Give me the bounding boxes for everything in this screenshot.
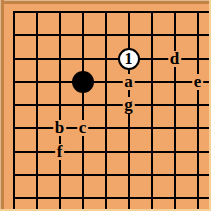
intersection-8-4: [163, 70, 186, 93]
go-grid: 1daegbcf: [2, 1, 209, 210]
point-marker-d: d: [168, 51, 181, 67]
intersection-5-4: [94, 70, 117, 93]
intersection-8-5: [163, 94, 186, 117]
intersection-8-2: [163, 24, 186, 47]
intersection-6-4: a: [117, 70, 140, 93]
intersection-3-9: [48, 187, 71, 210]
intersection-9-2: [186, 24, 209, 47]
intersection-9-7: [186, 140, 209, 163]
intersection-6-5: g: [117, 94, 140, 117]
intersection-9-3: [186, 47, 209, 70]
intersection-8-3: d: [163, 47, 186, 70]
intersection-9-8: [186, 163, 209, 186]
board-crop-edge-bottom: [0, 209, 211, 211]
intersection-5-9: [94, 187, 117, 210]
intersection-6-7: [117, 140, 140, 163]
intersection-5-5: [94, 94, 117, 117]
board-border-top: [0, 0, 211, 4]
move-number-label: 1: [125, 51, 133, 67]
intersection-4-5: [71, 94, 94, 117]
intersection-2-9: [25, 187, 48, 210]
intersection-4-7: [71, 140, 94, 163]
intersection-2-6: [25, 117, 48, 140]
go-board-diagram: 1daegbcf: [0, 0, 211, 211]
intersection-7-9: [140, 187, 163, 210]
intersection-7-3: [140, 47, 163, 70]
point-marker-g: g: [122, 97, 135, 113]
intersection-4-6: c: [71, 117, 94, 140]
intersection-8-7: [163, 140, 186, 163]
white-stone: 1: [118, 48, 140, 70]
intersection-7-6: [140, 117, 163, 140]
intersection-1-5: [2, 94, 25, 117]
intersection-6-6: [117, 117, 140, 140]
intersection-1-3: [2, 47, 25, 70]
intersection-4-2: [71, 24, 94, 47]
intersection-8-8: [163, 163, 186, 186]
intersection-1-4: [2, 70, 25, 93]
intersection-9-9: [186, 187, 209, 210]
intersection-7-7: [140, 140, 163, 163]
intersection-2-2: [25, 24, 48, 47]
intersection-3-2: [48, 24, 71, 47]
intersection-7-2: [140, 24, 163, 47]
black-stone: [72, 71, 94, 93]
intersection-1-8: [2, 163, 25, 186]
intersection-3-4: [48, 70, 71, 93]
point-marker-f: f: [55, 144, 65, 160]
intersection-9-4: e: [186, 70, 209, 93]
intersection-4-3: [71, 47, 94, 70]
intersection-2-5: [25, 94, 48, 117]
intersection-2-4: [25, 70, 48, 93]
intersection-8-6: [163, 117, 186, 140]
intersection-1-7: [2, 140, 25, 163]
intersection-7-8: [140, 163, 163, 186]
intersection-9-6: [186, 117, 209, 140]
intersection-6-3: 1: [117, 47, 140, 70]
point-marker-e: e: [192, 74, 204, 90]
point-marker-a: a: [122, 74, 135, 90]
intersection-7-5: [140, 94, 163, 117]
intersection-5-6: [94, 117, 117, 140]
intersection-2-8: [25, 163, 48, 186]
intersection-4-8: [71, 163, 94, 186]
intersection-2-3: [25, 47, 48, 70]
intersection-4-9: [71, 187, 94, 210]
intersection-4-4: [71, 70, 94, 93]
intersection-1-9: [2, 187, 25, 210]
intersection-3-5: [48, 94, 71, 117]
intersection-6-8: [117, 163, 140, 186]
intersection-3-6: b: [48, 117, 71, 140]
intersection-5-7: [94, 140, 117, 163]
intersection-5-2: [94, 24, 117, 47]
point-marker-c: c: [77, 120, 89, 136]
point-marker-b: b: [53, 120, 66, 136]
intersection-8-9: [163, 187, 186, 210]
intersection-3-7: f: [48, 140, 71, 163]
intersection-1-6: [2, 117, 25, 140]
intersection-9-5: [186, 94, 209, 117]
intersection-5-8: [94, 163, 117, 186]
intersection-3-3: [48, 47, 71, 70]
intersection-5-3: [94, 47, 117, 70]
intersection-3-8: [48, 163, 71, 186]
board-crop-edge-right: [209, 0, 211, 211]
intersection-7-4: [140, 70, 163, 93]
intersection-6-2: [117, 24, 140, 47]
intersection-2-7: [25, 140, 48, 163]
intersection-6-9: [117, 187, 140, 210]
board-border-left: [0, 0, 4, 211]
intersection-1-2: [2, 24, 25, 47]
